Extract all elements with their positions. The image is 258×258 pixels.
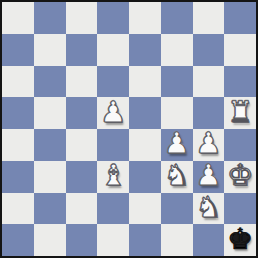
square-d6[interactable] <box>97 66 129 98</box>
square-b1[interactable] <box>34 224 66 256</box>
piece-black-king[interactable]: ♚ <box>227 225 253 254</box>
square-c8[interactable] <box>66 2 98 34</box>
piece-white-king[interactable]: ♚ <box>227 161 253 190</box>
square-h4[interactable] <box>224 129 256 161</box>
square-f6[interactable] <box>161 66 193 98</box>
piece-white-bishop[interactable]: ♝ <box>100 161 126 190</box>
square-d7[interactable] <box>97 34 129 66</box>
square-g5[interactable] <box>193 97 225 129</box>
square-c7[interactable] <box>66 34 98 66</box>
square-c2[interactable] <box>66 193 98 225</box>
square-g2[interactable]: ♞ <box>193 193 225 225</box>
square-h6[interactable] <box>224 66 256 98</box>
square-b2[interactable] <box>34 193 66 225</box>
square-h1[interactable]: ♚ <box>224 224 256 256</box>
piece-white-pawn[interactable]: ♟ <box>195 129 221 158</box>
square-a4[interactable] <box>2 129 34 161</box>
square-b8[interactable] <box>34 2 66 34</box>
square-a8[interactable] <box>2 2 34 34</box>
square-f1[interactable] <box>161 224 193 256</box>
square-h7[interactable] <box>224 34 256 66</box>
square-e1[interactable] <box>129 224 161 256</box>
square-d3[interactable]: ♝ <box>97 161 129 193</box>
square-d2[interactable] <box>97 193 129 225</box>
square-b7[interactable] <box>34 34 66 66</box>
square-e2[interactable] <box>129 193 161 225</box>
square-g7[interactable] <box>193 34 225 66</box>
square-e8[interactable] <box>129 2 161 34</box>
square-d1[interactable] <box>97 224 129 256</box>
square-f3[interactable]: ♞ <box>161 161 193 193</box>
square-g4[interactable]: ♟ <box>193 129 225 161</box>
square-d8[interactable] <box>97 2 129 34</box>
piece-white-pawn[interactable]: ♟ <box>100 98 126 127</box>
square-c1[interactable] <box>66 224 98 256</box>
square-g3[interactable]: ♟ <box>193 161 225 193</box>
square-f7[interactable] <box>161 34 193 66</box>
piece-white-pawn[interactable]: ♟ <box>195 161 221 190</box>
square-a5[interactable] <box>2 97 34 129</box>
square-e5[interactable] <box>129 97 161 129</box>
square-d5[interactable]: ♟ <box>97 97 129 129</box>
square-c3[interactable] <box>66 161 98 193</box>
chess-board-frame: ♟♜♟♟♝♞♟♚♞♚ <box>0 0 258 258</box>
square-a7[interactable] <box>2 34 34 66</box>
square-a1[interactable] <box>2 224 34 256</box>
piece-white-rook[interactable]: ♜ <box>227 98 253 127</box>
chess-board: ♟♜♟♟♝♞♟♚♞♚ <box>2 2 256 256</box>
square-h5[interactable]: ♜ <box>224 97 256 129</box>
square-e3[interactable] <box>129 161 161 193</box>
piece-white-knight[interactable]: ♞ <box>195 193 221 222</box>
square-d4[interactable] <box>97 129 129 161</box>
piece-white-pawn[interactable]: ♟ <box>164 129 190 158</box>
square-e4[interactable] <box>129 129 161 161</box>
square-b5[interactable] <box>34 97 66 129</box>
square-e7[interactable] <box>129 34 161 66</box>
square-f4[interactable]: ♟ <box>161 129 193 161</box>
square-g6[interactable] <box>193 66 225 98</box>
square-g8[interactable] <box>193 2 225 34</box>
square-a6[interactable] <box>2 66 34 98</box>
square-b3[interactable] <box>34 161 66 193</box>
piece-white-knight[interactable]: ♞ <box>164 161 190 190</box>
square-b6[interactable] <box>34 66 66 98</box>
square-h3[interactable]: ♚ <box>224 161 256 193</box>
square-b4[interactable] <box>34 129 66 161</box>
square-c5[interactable] <box>66 97 98 129</box>
square-g1[interactable] <box>193 224 225 256</box>
square-a3[interactable] <box>2 161 34 193</box>
square-a2[interactable] <box>2 193 34 225</box>
square-f8[interactable] <box>161 2 193 34</box>
square-e6[interactable] <box>129 66 161 98</box>
square-f2[interactable] <box>161 193 193 225</box>
square-f5[interactable] <box>161 97 193 129</box>
square-c6[interactable] <box>66 66 98 98</box>
square-h8[interactable] <box>224 2 256 34</box>
square-c4[interactable] <box>66 129 98 161</box>
square-h2[interactable] <box>224 193 256 225</box>
